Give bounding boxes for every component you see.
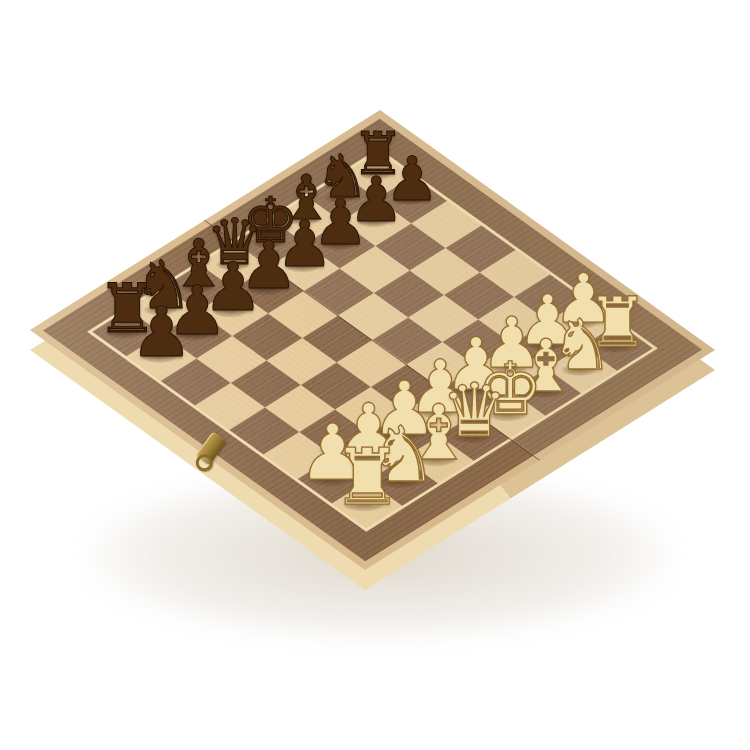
piece-white-rook-a1[interactable]: ♜: [332, 438, 402, 516]
brass-clasp-icon: [195, 431, 226, 465]
piece-black-pawn-a7[interactable]: ♟: [130, 297, 193, 367]
product-photo-stage: ♜♞♝♛♚♝♞♜♟♟♟♟♟♟♟♟♟♟♟♟♟♟♟♟♜♞♝♛♚♝♞♜: [0, 0, 750, 750]
pieces-layer: ♜♞♝♛♚♝♞♜♟♟♟♟♟♟♟♟♟♟♟♟♟♟♟♟♜♞♝♛♚♝♞♜: [0, 0, 750, 750]
